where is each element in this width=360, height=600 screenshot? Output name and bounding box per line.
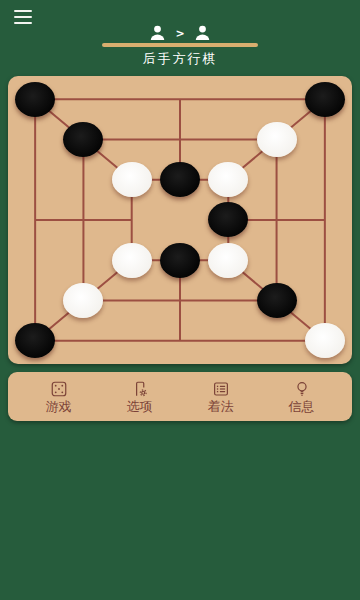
app-screen: > 后手方行棋 [0, 0, 360, 600]
morris-board[interactable] [8, 76, 352, 364]
toolbar-label-options: 选项 [127, 400, 153, 414]
piece-black-e4[interactable] [208, 202, 248, 237]
player-two-icon [194, 25, 211, 41]
board-grid [11, 79, 349, 361]
piece-black-a1[interactable] [15, 323, 55, 358]
info-lightbulb-icon [293, 380, 311, 398]
piece-black-b6[interactable] [63, 122, 103, 157]
piece-white-g1[interactable] [305, 323, 345, 358]
piece-white-c3[interactable] [112, 243, 152, 278]
status-text: 后手方行棋 [0, 50, 360, 68]
options-gear-icon [131, 380, 149, 398]
game-board-icon [50, 380, 68, 398]
piece-white-c5[interactable] [112, 162, 152, 197]
piece-black-d3[interactable] [160, 243, 200, 278]
game-menu-button[interactable]: 游戏 [18, 376, 99, 416]
turn-arrow-icon: > [175, 28, 184, 39]
toolbar-label-game: 游戏 [46, 400, 72, 414]
piece-black-g7[interactable] [305, 82, 345, 117]
piece-black-d5[interactable] [160, 162, 200, 197]
piece-white-f6[interactable] [257, 122, 297, 157]
hamburger-icon [14, 16, 32, 18]
menu-button[interactable] [14, 10, 32, 24]
piece-white-e5[interactable] [208, 162, 248, 197]
moves-list-icon [212, 380, 230, 398]
bottom-toolbar: 游戏 选项 着法 [8, 372, 352, 421]
toolbar-label-info: 信息 [289, 400, 315, 414]
piece-white-e3[interactable] [208, 243, 248, 278]
piece-black-f2[interactable] [257, 283, 297, 318]
options-menu-button[interactable]: 选项 [99, 376, 180, 416]
hamburger-icon [14, 10, 32, 12]
toolbar-label-moves: 着法 [208, 400, 234, 414]
player-one-icon [149, 25, 166, 41]
piece-black-a7[interactable] [15, 82, 55, 117]
turn-indicator: > [0, 24, 360, 42]
moves-menu-button[interactable]: 着法 [180, 376, 261, 416]
header-underline [102, 43, 258, 47]
piece-white-b2[interactable] [63, 283, 103, 318]
info-menu-button[interactable]: 信息 [261, 376, 342, 416]
